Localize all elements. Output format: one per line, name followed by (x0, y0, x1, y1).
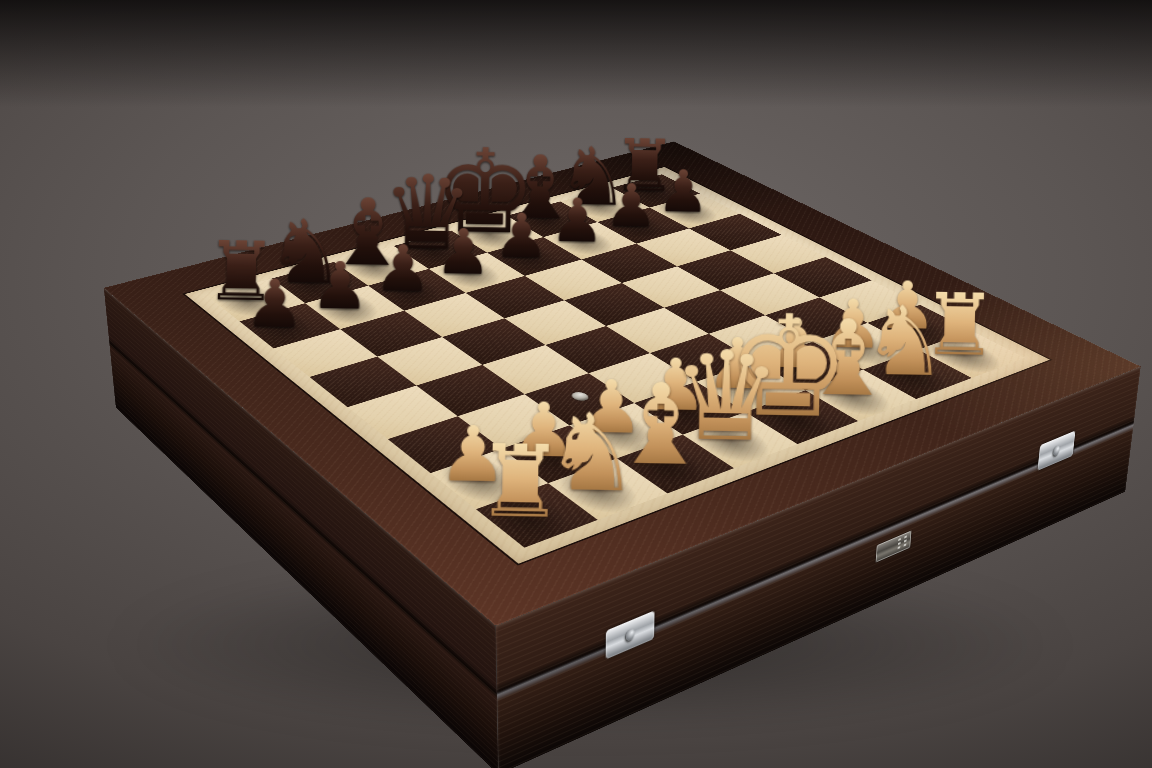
piece-shadow (329, 246, 418, 287)
piece-shadow (609, 434, 723, 495)
chess-box: ♜♞♟♝♟♚♟♛♟♝♟♞♟♟♜♟♟♜♟♟♞♟♝♟♚♟♛♟♝♟♞♜ (104, 141, 1141, 625)
scene: ♜♞♟♝♟♚♟♛♟♝♟♞♟♟♜♟♟♜♟♟♞♟♝♟♚♟♛♟♝♟♞♜ (0, 0, 1152, 768)
maker-plate-engraving (904, 535, 907, 547)
piece-white-queen-d1: ♛ (642, 241, 812, 446)
maker-plate (876, 530, 912, 562)
studio-photo-chess-set: { "game": "chess", "scene": { "descripti… (0, 0, 1152, 768)
maker-plate-engraving (898, 538, 901, 550)
pawn-glyph: ♟ (578, 378, 645, 436)
piece-black-rook-h8: ♜ (580, 37, 711, 195)
piece-shadow (267, 261, 357, 304)
latch-knob-icon (1053, 444, 1060, 456)
clasp-latch-right (1037, 431, 1075, 471)
piece-white-pawn-h2: ♟ (833, 150, 984, 333)
clasp-latch-front (606, 610, 655, 659)
piece-black-rook-a8: ♜ (168, 125, 317, 305)
latch-knob-icon (626, 628, 635, 643)
